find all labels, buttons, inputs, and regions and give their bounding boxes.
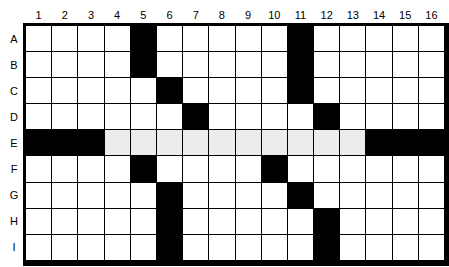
- row-label-F: F: [0, 156, 23, 181]
- cell-D11[interactable]: [288, 104, 313, 129]
- cell-B7[interactable]: [183, 52, 208, 77]
- cell-F15[interactable]: [393, 156, 418, 181]
- col-label-11: 11: [288, 0, 313, 23]
- cell-G7[interactable]: [183, 183, 208, 208]
- cell-G2[interactable]: [52, 183, 77, 208]
- cell-F10: [262, 156, 287, 181]
- cell-H9[interactable]: [236, 209, 261, 234]
- cell-B8[interactable]: [209, 52, 234, 77]
- row-label-C: C: [0, 78, 23, 103]
- cell-B5: [131, 52, 156, 77]
- cell-I8[interactable]: [209, 235, 234, 260]
- cell-H3[interactable]: [78, 209, 103, 234]
- cell-F7[interactable]: [183, 156, 208, 181]
- cell-H15[interactable]: [393, 209, 418, 234]
- cell-G15[interactable]: [393, 183, 418, 208]
- cell-A13[interactable]: [340, 26, 365, 51]
- cell-D3[interactable]: [78, 104, 103, 129]
- cell-H6: [157, 209, 182, 234]
- col-label-16: 16: [419, 0, 444, 23]
- cell-E12[interactable]: [314, 130, 339, 155]
- cell-C2[interactable]: [52, 78, 77, 103]
- cell-E6[interactable]: [157, 130, 182, 155]
- cell-I9[interactable]: [236, 235, 261, 260]
- cell-G12[interactable]: [314, 183, 339, 208]
- cell-G1[interactable]: [26, 183, 51, 208]
- row-label-G: G: [0, 183, 23, 208]
- cell-F16[interactable]: [419, 156, 444, 181]
- cell-E10[interactable]: [262, 130, 287, 155]
- cell-B6[interactable]: [157, 52, 182, 77]
- cell-D8[interactable]: [209, 104, 234, 129]
- cell-G13[interactable]: [340, 183, 365, 208]
- cell-C7[interactable]: [183, 78, 208, 103]
- col-label-12: 12: [314, 0, 339, 23]
- cell-D10[interactable]: [262, 104, 287, 129]
- cell-E2: [52, 130, 77, 155]
- cell-D13[interactable]: [340, 104, 365, 129]
- cell-I7[interactable]: [183, 235, 208, 260]
- cell-I15[interactable]: [393, 235, 418, 260]
- cell-C4[interactable]: [105, 78, 130, 103]
- cell-H10[interactable]: [262, 209, 287, 234]
- cell-C6: [157, 78, 182, 103]
- cell-G3[interactable]: [78, 183, 103, 208]
- cell-A7[interactable]: [183, 26, 208, 51]
- cell-C16[interactable]: [419, 78, 444, 103]
- cell-F11[interactable]: [288, 156, 313, 181]
- cell-A11: [288, 26, 313, 51]
- cell-F5: [131, 156, 156, 181]
- cell-B16[interactable]: [419, 52, 444, 77]
- cell-E5[interactable]: [131, 130, 156, 155]
- cell-B2[interactable]: [52, 52, 77, 77]
- cell-F6[interactable]: [157, 156, 182, 181]
- cell-F14[interactable]: [366, 156, 391, 181]
- cell-E16: [419, 130, 444, 155]
- cell-C14[interactable]: [366, 78, 391, 103]
- cell-A14[interactable]: [366, 26, 391, 51]
- cell-I12: [314, 235, 339, 260]
- cell-B14[interactable]: [366, 52, 391, 77]
- cell-I1[interactable]: [26, 235, 51, 260]
- cell-A9[interactable]: [236, 26, 261, 51]
- cell-D5[interactable]: [131, 104, 156, 129]
- cell-C11: [288, 78, 313, 103]
- col-label-5: 5: [131, 0, 156, 23]
- cell-I5[interactable]: [131, 235, 156, 260]
- col-label-3: 3: [78, 0, 103, 23]
- cell-D16[interactable]: [419, 104, 444, 129]
- cell-H13[interactable]: [340, 209, 365, 234]
- cell-B9[interactable]: [236, 52, 261, 77]
- column-labels: 12345678910111213141516: [26, 0, 444, 23]
- cell-E11[interactable]: [288, 130, 313, 155]
- cell-I3[interactable]: [78, 235, 103, 260]
- col-label-13: 13: [340, 0, 365, 23]
- cell-C8[interactable]: [209, 78, 234, 103]
- cell-A10[interactable]: [262, 26, 287, 51]
- cell-B3[interactable]: [78, 52, 103, 77]
- col-label-10: 10: [262, 0, 287, 23]
- cell-E1: [26, 130, 51, 155]
- cell-D15[interactable]: [393, 104, 418, 129]
- cell-E3: [78, 130, 103, 155]
- cell-H1[interactable]: [26, 209, 51, 234]
- cell-F4[interactable]: [105, 156, 130, 181]
- cell-I6: [157, 235, 182, 260]
- cell-C3[interactable]: [78, 78, 103, 103]
- cell-G6: [157, 183, 182, 208]
- cell-G4[interactable]: [105, 183, 130, 208]
- cell-I13[interactable]: [340, 235, 365, 260]
- cell-E13[interactable]: [340, 130, 365, 155]
- cell-D7: [183, 104, 208, 129]
- cell-G5[interactable]: [131, 183, 156, 208]
- cell-B12[interactable]: [314, 52, 339, 77]
- cell-A5: [131, 26, 156, 51]
- row-label-E: E: [0, 130, 23, 155]
- cell-I16[interactable]: [419, 235, 444, 260]
- col-label-4: 4: [105, 0, 130, 23]
- cell-A4[interactable]: [105, 26, 130, 51]
- cell-E15: [393, 130, 418, 155]
- cell-H4[interactable]: [105, 209, 130, 234]
- cell-F13[interactable]: [340, 156, 365, 181]
- cell-C15[interactable]: [393, 78, 418, 103]
- col-label-8: 8: [209, 0, 234, 23]
- cell-A8[interactable]: [209, 26, 234, 51]
- cell-H14[interactable]: [366, 209, 391, 234]
- board: [23, 23, 449, 266]
- cell-C1[interactable]: [26, 78, 51, 103]
- cell-B4[interactable]: [105, 52, 130, 77]
- cell-F3[interactable]: [78, 156, 103, 181]
- cell-F12[interactable]: [314, 156, 339, 181]
- col-label-6: 6: [157, 0, 182, 23]
- cell-C9[interactable]: [236, 78, 261, 103]
- cell-I11[interactable]: [288, 235, 313, 260]
- row-label-I: I: [0, 235, 23, 260]
- cell-A16[interactable]: [419, 26, 444, 51]
- row-label-D: D: [0, 104, 23, 129]
- cell-H11[interactable]: [288, 209, 313, 234]
- cell-F9[interactable]: [236, 156, 261, 181]
- cell-F2[interactable]: [52, 156, 77, 181]
- col-label-9: 9: [236, 0, 261, 23]
- cell-I4[interactable]: [105, 235, 130, 260]
- cell-D2[interactable]: [52, 104, 77, 129]
- cell-E14: [366, 130, 391, 155]
- col-label-14: 14: [366, 0, 391, 23]
- cell-H8[interactable]: [209, 209, 234, 234]
- cell-D6[interactable]: [157, 104, 182, 129]
- cell-C12[interactable]: [314, 78, 339, 103]
- cell-G9[interactable]: [236, 183, 261, 208]
- cell-H16[interactable]: [419, 209, 444, 234]
- col-label-2: 2: [52, 0, 77, 23]
- cell-F8[interactable]: [209, 156, 234, 181]
- row-labels: ABCDEFGHI: [0, 26, 23, 260]
- cell-H7[interactable]: [183, 209, 208, 234]
- cell-B13[interactable]: [340, 52, 365, 77]
- cell-D9[interactable]: [236, 104, 261, 129]
- cell-G8[interactable]: [209, 183, 234, 208]
- cell-A1[interactable]: [26, 26, 51, 51]
- cell-A15[interactable]: [393, 26, 418, 51]
- cell-H12: [314, 209, 339, 234]
- cell-D4[interactable]: [105, 104, 130, 129]
- cell-B11: [288, 52, 313, 77]
- cell-F1[interactable]: [26, 156, 51, 181]
- cell-E4[interactable]: [105, 130, 130, 155]
- cell-E9[interactable]: [236, 130, 261, 155]
- cell-E7[interactable]: [183, 130, 208, 155]
- row-label-H: H: [0, 209, 23, 234]
- col-label-15: 15: [393, 0, 418, 23]
- cell-G16[interactable]: [419, 183, 444, 208]
- col-label-1: 1: [26, 0, 51, 23]
- crossword-grid-window: 12345678910111213141516 ABCDEFGHI: [0, 0, 449, 267]
- cell-G10[interactable]: [262, 183, 287, 208]
- cell-A6[interactable]: [157, 26, 182, 51]
- cell-B10[interactable]: [262, 52, 287, 77]
- cell-B15[interactable]: [393, 52, 418, 77]
- row-label-A: A: [0, 26, 23, 51]
- cell-I10[interactable]: [262, 235, 287, 260]
- cell-C5[interactable]: [131, 78, 156, 103]
- cell-C13[interactable]: [340, 78, 365, 103]
- cell-D1[interactable]: [26, 104, 51, 129]
- cell-B1[interactable]: [26, 52, 51, 77]
- cell-D12: [314, 104, 339, 129]
- cell-H2[interactable]: [52, 209, 77, 234]
- cell-D14[interactable]: [366, 104, 391, 129]
- cell-A3[interactable]: [78, 26, 103, 51]
- cell-E8[interactable]: [209, 130, 234, 155]
- cell-G11: [288, 183, 313, 208]
- cell-I2[interactable]: [52, 235, 77, 260]
- row-label-B: B: [0, 52, 23, 77]
- cell-A12[interactable]: [314, 26, 339, 51]
- col-label-7: 7: [183, 0, 208, 23]
- cell-H5[interactable]: [131, 209, 156, 234]
- cell-I14[interactable]: [366, 235, 391, 260]
- cell-G14[interactable]: [366, 183, 391, 208]
- cell-A2[interactable]: [52, 26, 77, 51]
- cell-C10[interactable]: [262, 78, 287, 103]
